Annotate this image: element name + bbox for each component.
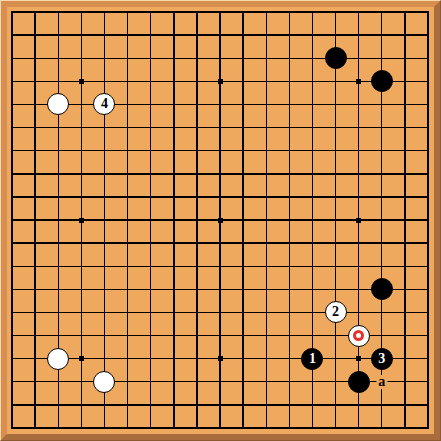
intersection: [347, 255, 370, 278]
intersection: [24, 278, 47, 301]
intersection: [47, 185, 70, 208]
intersection: [208, 347, 231, 370]
intersection: [370, 301, 393, 324]
intersection: [1, 347, 24, 370]
intersection: [347, 301, 370, 324]
intersection: [24, 70, 47, 93]
intersection: [393, 278, 416, 301]
intersection: [278, 278, 301, 301]
intersection: [370, 416, 393, 439]
intersection: 1: [301, 347, 324, 370]
intersection: [370, 324, 393, 347]
intersection: [47, 347, 70, 370]
intersection: [347, 278, 370, 301]
intersection: [47, 1, 70, 24]
intersection: [324, 162, 347, 185]
intersection: 3: [370, 347, 393, 370]
intersection: [416, 47, 439, 70]
intersection: [347, 70, 370, 93]
intersection: [278, 24, 301, 47]
intersection: [370, 255, 393, 278]
intersection: [416, 24, 439, 47]
intersection: [139, 347, 162, 370]
intersection: [370, 162, 393, 185]
intersection: [232, 232, 255, 255]
intersection: [24, 24, 47, 47]
intersection: [347, 185, 370, 208]
intersection: [324, 70, 347, 93]
intersection: [232, 393, 255, 416]
intersection: [116, 24, 139, 47]
intersection: [116, 139, 139, 162]
intersection: [301, 370, 324, 393]
intersection: [208, 370, 231, 393]
intersection: [162, 255, 185, 278]
intersection: [301, 278, 324, 301]
black-stone-move-1: 1: [301, 348, 323, 370]
intersection: [116, 232, 139, 255]
intersection: [324, 278, 347, 301]
intersection: [255, 416, 278, 439]
intersection: [24, 324, 47, 347]
intersection: [416, 70, 439, 93]
intersection: [70, 232, 93, 255]
intersection: [1, 393, 24, 416]
intersection: [1, 416, 24, 439]
intersection: [1, 185, 24, 208]
red-circle-marker-icon: [353, 330, 364, 341]
intersection: [416, 347, 439, 370]
intersection: [208, 301, 231, 324]
intersection: [24, 255, 47, 278]
intersection: [162, 1, 185, 24]
intersection: [185, 324, 208, 347]
intersection: [70, 208, 93, 231]
intersection: [416, 116, 439, 139]
intersection: [278, 139, 301, 162]
intersection: [116, 162, 139, 185]
intersection: [185, 70, 208, 93]
intersection: [393, 93, 416, 116]
intersection: a: [370, 370, 393, 393]
intersection: [139, 139, 162, 162]
intersection: [24, 139, 47, 162]
intersection: [370, 139, 393, 162]
intersection: [116, 347, 139, 370]
intersection: [139, 162, 162, 185]
intersection: [324, 24, 347, 47]
intersection: [255, 185, 278, 208]
intersection: [347, 139, 370, 162]
intersection: [208, 70, 231, 93]
intersection: [185, 139, 208, 162]
intersection: [93, 255, 116, 278]
intersection: [232, 416, 255, 439]
intersection: [208, 416, 231, 439]
intersection: [301, 139, 324, 162]
intersection: [301, 162, 324, 185]
intersection: [139, 208, 162, 231]
intersection: [416, 301, 439, 324]
black-stone: [325, 47, 347, 69]
star-point: [218, 356, 223, 361]
intersection: [139, 370, 162, 393]
intersection: [255, 278, 278, 301]
intersection: [139, 255, 162, 278]
intersection: [416, 185, 439, 208]
intersection: [70, 324, 93, 347]
intersection: [255, 347, 278, 370]
intersection: [232, 208, 255, 231]
intersection: [116, 301, 139, 324]
intersection: [370, 93, 393, 116]
intersection: [393, 232, 416, 255]
intersection: [232, 116, 255, 139]
intersection: [255, 93, 278, 116]
intersection: [93, 185, 116, 208]
intersection: [301, 232, 324, 255]
intersection: [1, 116, 24, 139]
intersection: [162, 347, 185, 370]
intersection: [232, 162, 255, 185]
intersection: [162, 208, 185, 231]
intersection: [301, 208, 324, 231]
intersection: [416, 324, 439, 347]
intersection: [70, 185, 93, 208]
intersection: [393, 416, 416, 439]
intersection: [232, 139, 255, 162]
intersection: [1, 301, 24, 324]
intersection: [347, 1, 370, 24]
intersection: [93, 70, 116, 93]
intersection: [70, 278, 93, 301]
intersection: [93, 370, 116, 393]
intersection: [116, 255, 139, 278]
intersection: [255, 1, 278, 24]
intersection: [370, 208, 393, 231]
intersection: [185, 278, 208, 301]
white-stone: [47, 93, 69, 115]
intersection: [162, 162, 185, 185]
intersection: [70, 347, 93, 370]
star-point: [218, 218, 223, 223]
intersection: [1, 232, 24, 255]
intersection: [347, 416, 370, 439]
intersection: [393, 70, 416, 93]
intersection: [347, 93, 370, 116]
intersection: [416, 370, 439, 393]
intersection: [70, 255, 93, 278]
intersection: [116, 324, 139, 347]
intersection: [347, 116, 370, 139]
intersection: [93, 393, 116, 416]
black-stone: [371, 70, 393, 92]
intersection: [347, 24, 370, 47]
intersection: [1, 1, 24, 24]
intersection: [93, 1, 116, 24]
intersection: [347, 208, 370, 231]
intersection: [139, 416, 162, 439]
intersection: [93, 208, 116, 231]
intersection: [208, 255, 231, 278]
intersection: [70, 162, 93, 185]
intersection: [416, 139, 439, 162]
intersection: [232, 1, 255, 24]
star-point: [356, 79, 361, 84]
intersection: [139, 393, 162, 416]
intersection: [393, 324, 416, 347]
intersection: [24, 47, 47, 70]
intersection: [208, 47, 231, 70]
intersection: [185, 162, 208, 185]
white-stone: [47, 348, 69, 370]
intersection: [208, 116, 231, 139]
intersection: [324, 47, 347, 70]
intersection: [93, 162, 116, 185]
intersection: [47, 116, 70, 139]
point-label-a: a: [376, 375, 387, 389]
intersection: [185, 301, 208, 324]
intersection: [232, 24, 255, 47]
intersection: [278, 370, 301, 393]
intersection: [393, 208, 416, 231]
star-point: [356, 356, 361, 361]
intersection: [70, 139, 93, 162]
white-stone-marked: [348, 325, 370, 347]
intersection: [255, 393, 278, 416]
intersection: [47, 47, 70, 70]
intersection: 4: [93, 93, 116, 116]
intersection: [93, 232, 116, 255]
intersection: [162, 139, 185, 162]
intersection: [347, 162, 370, 185]
intersection: [24, 370, 47, 393]
star-point: [79, 79, 84, 84]
intersection: [278, 393, 301, 416]
intersection: [255, 116, 278, 139]
intersection: [347, 393, 370, 416]
intersection: [324, 255, 347, 278]
intersection: [162, 324, 185, 347]
intersection: [24, 232, 47, 255]
intersection: [162, 93, 185, 116]
intersection: [47, 393, 70, 416]
intersection: [24, 116, 47, 139]
intersection: [139, 232, 162, 255]
intersection: [1, 70, 24, 93]
intersection: [47, 70, 70, 93]
intersection: [232, 255, 255, 278]
intersection: [185, 24, 208, 47]
intersection: [24, 162, 47, 185]
intersection: [185, 255, 208, 278]
intersection: [116, 1, 139, 24]
intersection: [301, 70, 324, 93]
intersection: [370, 70, 393, 93]
intersection: [1, 370, 24, 393]
intersection: [1, 47, 24, 70]
intersection: [47, 370, 70, 393]
intersection: [232, 301, 255, 324]
intersection: [116, 185, 139, 208]
intersection: [70, 393, 93, 416]
star-point: [218, 79, 223, 84]
intersection: [47, 139, 70, 162]
intersection: [116, 116, 139, 139]
black-stone: [371, 278, 393, 300]
intersection: 2: [324, 301, 347, 324]
intersection: [416, 278, 439, 301]
intersection: [93, 278, 116, 301]
intersection: [347, 347, 370, 370]
intersection: [24, 1, 47, 24]
intersection: [278, 416, 301, 439]
intersection: [208, 324, 231, 347]
intersection: [301, 93, 324, 116]
intersection: [324, 370, 347, 393]
black-stone-move-3: 3: [371, 348, 393, 370]
intersection: [370, 1, 393, 24]
white-stone-move-4: 4: [93, 93, 115, 115]
intersection: [185, 370, 208, 393]
go-board-diagram: 4213a: [0, 0, 441, 441]
intersection: [93, 416, 116, 439]
intersection: [347, 232, 370, 255]
intersection: [116, 208, 139, 231]
intersection: [301, 324, 324, 347]
intersection: [208, 232, 231, 255]
intersection: [232, 70, 255, 93]
intersection: [162, 70, 185, 93]
intersection: [324, 1, 347, 24]
intersection: [139, 278, 162, 301]
intersection: [393, 1, 416, 24]
intersection: [255, 301, 278, 324]
intersection: [139, 70, 162, 93]
intersection: [162, 370, 185, 393]
intersection: [139, 301, 162, 324]
intersection: [93, 139, 116, 162]
intersection: [162, 24, 185, 47]
intersection: [416, 232, 439, 255]
intersection: [185, 232, 208, 255]
intersection: [24, 208, 47, 231]
intersection: [393, 370, 416, 393]
intersection: [93, 116, 116, 139]
intersection: [278, 116, 301, 139]
intersection: [47, 416, 70, 439]
intersection: [208, 93, 231, 116]
intersection: [324, 232, 347, 255]
intersection: [393, 162, 416, 185]
intersection: [370, 393, 393, 416]
intersection: [93, 24, 116, 47]
intersection: [324, 393, 347, 416]
intersection: [393, 347, 416, 370]
intersection: [232, 185, 255, 208]
intersection: [232, 370, 255, 393]
intersection: [24, 301, 47, 324]
intersection: [370, 232, 393, 255]
intersection: [278, 70, 301, 93]
intersection: [162, 47, 185, 70]
intersection: [116, 93, 139, 116]
intersection: [278, 208, 301, 231]
intersection: [324, 416, 347, 439]
intersection: [278, 47, 301, 70]
intersection: [255, 24, 278, 47]
intersection: [278, 347, 301, 370]
intersection: [162, 116, 185, 139]
intersection: [185, 116, 208, 139]
intersection: [1, 278, 24, 301]
intersection: [162, 301, 185, 324]
intersection: [208, 185, 231, 208]
intersection: [116, 370, 139, 393]
intersection: [1, 139, 24, 162]
intersection: [393, 255, 416, 278]
intersection: [416, 162, 439, 185]
intersection: [255, 47, 278, 70]
intersection: [301, 1, 324, 24]
intersection: [1, 324, 24, 347]
intersection: [208, 1, 231, 24]
intersection: [47, 162, 70, 185]
intersection: [116, 416, 139, 439]
intersection: [162, 185, 185, 208]
intersection: [347, 370, 370, 393]
intersection: [185, 393, 208, 416]
intersection: [301, 416, 324, 439]
intersection: [185, 93, 208, 116]
intersection: [70, 301, 93, 324]
intersection: [208, 278, 231, 301]
intersection: [416, 393, 439, 416]
intersection: [232, 93, 255, 116]
intersection: [324, 347, 347, 370]
intersection: [162, 416, 185, 439]
intersection: [24, 93, 47, 116]
intersection: [393, 139, 416, 162]
intersection: [232, 347, 255, 370]
intersection: [416, 1, 439, 24]
intersection: [139, 185, 162, 208]
intersection: [70, 116, 93, 139]
intersection: [70, 1, 93, 24]
star-point: [79, 356, 84, 361]
intersection: [278, 255, 301, 278]
intersection: [393, 393, 416, 416]
intersection: [393, 24, 416, 47]
intersection: [116, 278, 139, 301]
intersection: [278, 232, 301, 255]
intersection: [93, 347, 116, 370]
intersection: [370, 47, 393, 70]
intersection: [185, 347, 208, 370]
intersection: [70, 93, 93, 116]
intersection: [47, 93, 70, 116]
star-point: [79, 218, 84, 223]
intersection: [116, 393, 139, 416]
intersection: [301, 185, 324, 208]
intersection: [139, 47, 162, 70]
intersection: [232, 47, 255, 70]
intersection: [185, 208, 208, 231]
intersection: [393, 47, 416, 70]
intersection: [162, 232, 185, 255]
intersection: [278, 93, 301, 116]
intersection: [47, 232, 70, 255]
